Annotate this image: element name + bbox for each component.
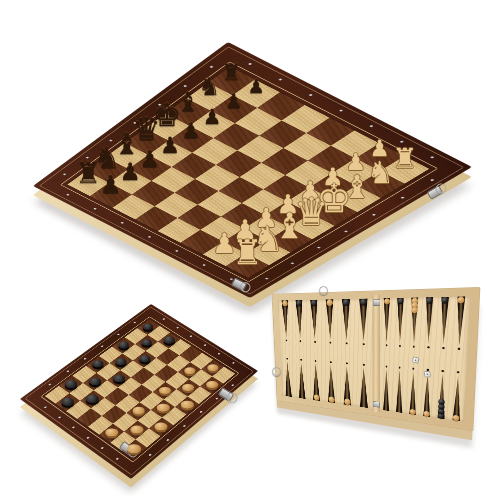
bg-checker: [282, 300, 287, 306]
bg-checker: [314, 394, 320, 401]
bg-checker: [343, 299, 349, 306]
hinge: [373, 299, 380, 305]
backgammon-center-bar: [372, 295, 380, 412]
backgammon-latch-ring: [272, 367, 281, 376]
point-hole: [427, 346, 429, 348]
point-hole: [363, 364, 365, 366]
bg-checker: [329, 396, 335, 403]
bg-checker: [438, 399, 445, 406]
point-hole: [330, 342, 332, 344]
bg-checker: [453, 414, 460, 421]
bg-checker: [311, 300, 317, 307]
hinge: [373, 401, 380, 408]
point-hole: [457, 371, 459, 373]
die: [424, 371, 431, 377]
point-hole: [346, 362, 348, 364]
bg-checker: [360, 299, 367, 306]
point-hole: [300, 340, 301, 342]
point-hole: [386, 365, 388, 367]
point-hole: [442, 370, 444, 372]
bg-checker: [410, 408, 416, 414]
point-hole: [386, 344, 388, 346]
bg-checker: [423, 410, 429, 416]
point-hole: [286, 340, 287, 342]
die-pip: [415, 359, 417, 361]
bg-checker: [326, 299, 332, 306]
point-hole: [286, 358, 287, 360]
point-hole: [399, 345, 401, 347]
backgammon-latch-ring: [319, 286, 328, 295]
checkers-field: [45, 319, 235, 459]
bg-checker: [296, 300, 302, 306]
point-hole: [413, 346, 415, 348]
die-pip: [426, 373, 428, 375]
point-hole: [412, 368, 414, 370]
point-hole: [458, 348, 460, 350]
point-hole: [300, 359, 301, 361]
point-hole: [314, 341, 316, 343]
point-hole: [363, 343, 365, 345]
product-photo: ♜♟♞♟♝♟♚♟♛♟♝♟♟♜♞♟♟♜♞♟♟♝♟♚♟♛♟♝♟♞♟♜: [0, 0, 500, 500]
point-hole: [442, 347, 444, 349]
point-hole: [346, 342, 348, 344]
point-hole: [399, 367, 401, 369]
chess-board: [33, 42, 472, 298]
bg-checker: [344, 398, 350, 405]
point-hole: [315, 360, 316, 362]
point-hole: [330, 361, 332, 363]
